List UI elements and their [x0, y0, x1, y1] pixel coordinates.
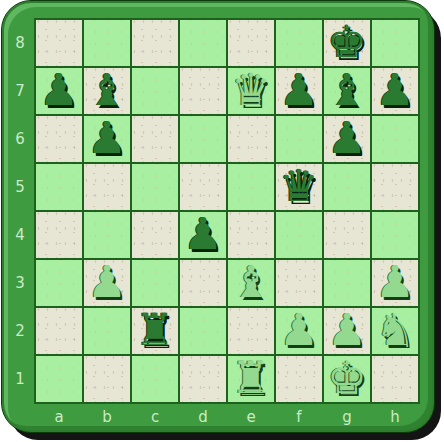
square-h1[interactable]: [372, 356, 418, 402]
square-b2[interactable]: [84, 308, 130, 354]
square-b3[interactable]: ♟: [84, 260, 130, 306]
white-pawn-g2[interactable]: ♟: [327, 308, 366, 352]
chess-board: ♚♟♝♛♟♝♟♟♟♛♟♟♝♟♜♟♟♞♜♚: [34, 18, 420, 404]
file-label-h: h: [372, 404, 418, 430]
square-g6[interactable]: ♟: [324, 116, 370, 162]
white-rook-e1[interactable]: ♜: [231, 356, 270, 400]
file-label-b: b: [84, 404, 130, 430]
black-rook-c2[interactable]: ♜: [135, 308, 174, 352]
page-background: 87654321 abcdefgh ♚♟♝♛♟♝♟♟♟♛♟♟♝♟♜♟♟♞♜♚: [0, 0, 444, 442]
file-label-d: d: [180, 404, 226, 430]
file-label-e: e: [228, 404, 274, 430]
black-bishop-g7[interactable]: ♝: [327, 68, 366, 112]
square-d2[interactable]: [180, 308, 226, 354]
square-h4[interactable]: [372, 212, 418, 258]
square-a3[interactable]: [36, 260, 82, 306]
file-label-f: f: [276, 404, 322, 430]
white-bishop-e3[interactable]: ♝: [231, 260, 270, 304]
square-c8[interactable]: [132, 20, 178, 66]
square-f4[interactable]: [276, 212, 322, 258]
black-pawn-f7[interactable]: ♟: [279, 68, 318, 112]
square-b1[interactable]: [84, 356, 130, 402]
square-h7[interactable]: ♟: [372, 68, 418, 114]
rank-label-6: 6: [10, 116, 30, 162]
square-a6[interactable]: [36, 116, 82, 162]
black-king-g8[interactable]: ♚: [327, 20, 366, 64]
rank-label-5: 5: [10, 164, 30, 210]
square-b8[interactable]: [84, 20, 130, 66]
square-e2[interactable]: [228, 308, 274, 354]
square-e6[interactable]: [228, 116, 274, 162]
file-label-c: c: [132, 404, 178, 430]
chess-board-frame: 87654321 abcdefgh ♚♟♝♛♟♝♟♟♟♛♟♟♝♟♜♟♟♞♜♚: [1, 0, 435, 433]
square-c2[interactable]: ♜: [132, 308, 178, 354]
square-f8[interactable]: [276, 20, 322, 66]
square-b6[interactable]: ♟: [84, 116, 130, 162]
square-a8[interactable]: [36, 20, 82, 66]
square-e1[interactable]: ♜: [228, 356, 274, 402]
square-b7[interactable]: ♝: [84, 68, 130, 114]
square-f1[interactable]: [276, 356, 322, 402]
rank-label-8: 8: [10, 20, 30, 66]
white-pawn-f2[interactable]: ♟: [279, 308, 318, 352]
square-g1[interactable]: ♚: [324, 356, 370, 402]
square-a5[interactable]: [36, 164, 82, 210]
square-c4[interactable]: [132, 212, 178, 258]
square-d6[interactable]: [180, 116, 226, 162]
square-c7[interactable]: [132, 68, 178, 114]
square-g8[interactable]: ♚: [324, 20, 370, 66]
square-h8[interactable]: [372, 20, 418, 66]
square-h6[interactable]: [372, 116, 418, 162]
square-c5[interactable]: [132, 164, 178, 210]
square-g2[interactable]: ♟: [324, 308, 370, 354]
white-pawn-b3[interactable]: ♟: [87, 260, 126, 304]
square-e5[interactable]: [228, 164, 274, 210]
square-a4[interactable]: [36, 212, 82, 258]
square-f2[interactable]: ♟: [276, 308, 322, 354]
square-b4[interactable]: [84, 212, 130, 258]
square-h5[interactable]: [372, 164, 418, 210]
square-f5[interactable]: ♛: [276, 164, 322, 210]
white-pawn-h3[interactable]: ♟: [375, 260, 414, 304]
square-d1[interactable]: [180, 356, 226, 402]
black-pawn-g6[interactable]: ♟: [327, 116, 366, 160]
rank-label-4: 4: [10, 212, 30, 258]
white-queen-e7[interactable]: ♛: [231, 68, 270, 112]
square-e8[interactable]: [228, 20, 274, 66]
square-d7[interactable]: [180, 68, 226, 114]
white-king-g1[interactable]: ♚: [327, 356, 366, 400]
square-c3[interactable]: [132, 260, 178, 306]
square-g3[interactable]: [324, 260, 370, 306]
rank-label-2: 2: [10, 308, 30, 354]
square-h3[interactable]: ♟: [372, 260, 418, 306]
rank-label-7: 7: [10, 68, 30, 114]
square-d3[interactable]: [180, 260, 226, 306]
square-f6[interactable]: [276, 116, 322, 162]
square-c1[interactable]: [132, 356, 178, 402]
square-e3[interactable]: ♝: [228, 260, 274, 306]
black-pawn-a7[interactable]: ♟: [39, 68, 78, 112]
square-a1[interactable]: [36, 356, 82, 402]
square-g4[interactable]: [324, 212, 370, 258]
file-label-g: g: [324, 404, 370, 430]
square-e4[interactable]: [228, 212, 274, 258]
rank-label-3: 3: [10, 260, 30, 306]
black-pawn-d4[interactable]: ♟: [183, 212, 222, 256]
square-g7[interactable]: ♝: [324, 68, 370, 114]
square-d8[interactable]: [180, 20, 226, 66]
rank-label-1: 1: [10, 356, 30, 402]
square-f3[interactable]: [276, 260, 322, 306]
black-queen-f5[interactable]: ♛: [279, 164, 318, 208]
square-f7[interactable]: ♟: [276, 68, 322, 114]
white-knight-h2[interactable]: ♞: [375, 308, 414, 352]
black-pawn-b6[interactable]: ♟: [87, 116, 126, 160]
square-h2[interactable]: ♞: [372, 308, 418, 354]
square-b5[interactable]: [84, 164, 130, 210]
square-a2[interactable]: [36, 308, 82, 354]
square-d4[interactable]: ♟: [180, 212, 226, 258]
square-a7[interactable]: ♟: [36, 68, 82, 114]
black-bishop-b7[interactable]: ♝: [87, 68, 126, 112]
square-d5[interactable]: [180, 164, 226, 210]
black-pawn-h7[interactable]: ♟: [375, 68, 414, 112]
square-c6[interactable]: [132, 116, 178, 162]
square-g5[interactable]: [324, 164, 370, 210]
square-e7[interactable]: ♛: [228, 68, 274, 114]
file-label-a: a: [36, 404, 82, 430]
